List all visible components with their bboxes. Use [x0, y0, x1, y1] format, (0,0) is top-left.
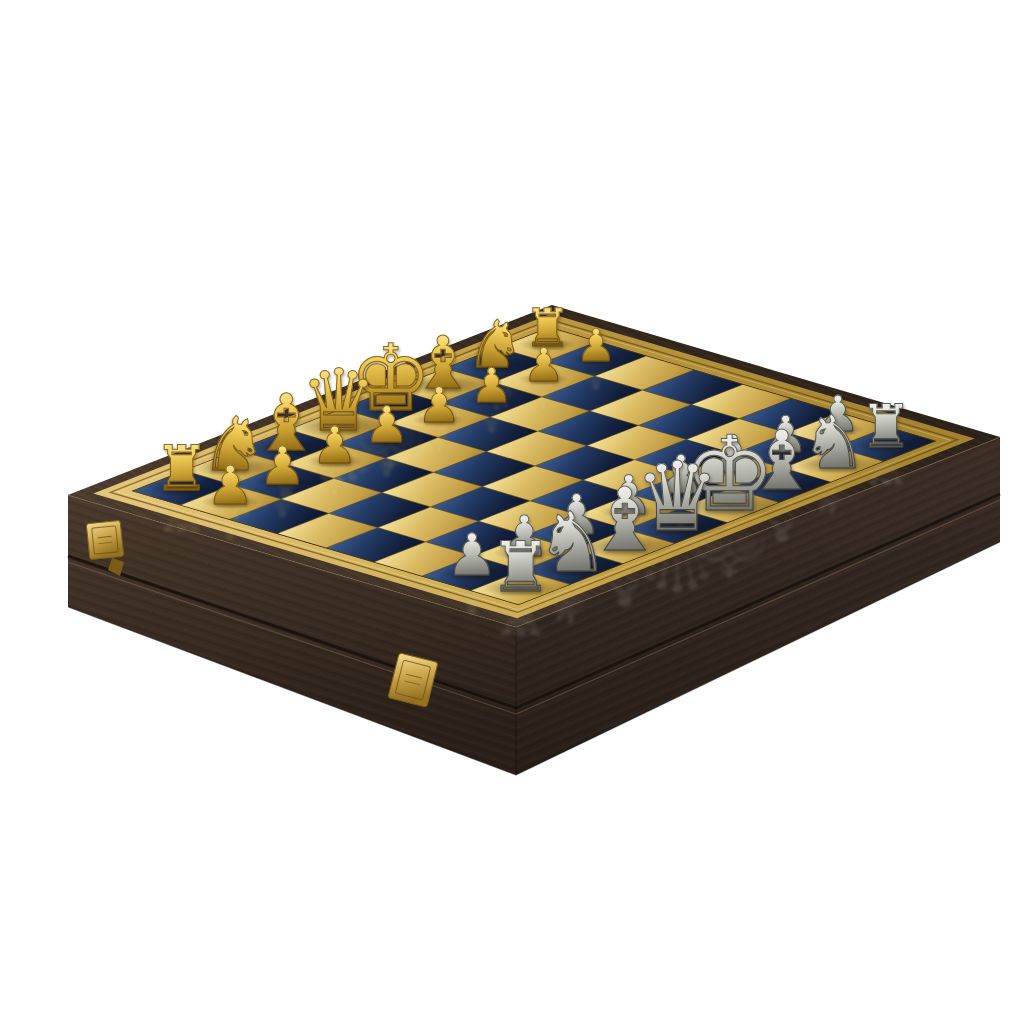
product-photo-scene: ♜♜♞♞♝♝♛♛♚♚♝♝♞♞♜♜♟♟♟♟♟♟♟♟♟♟♟♟♟♟♟♟♟♟♟♟♟♟♟♟… [0, 0, 1024, 1024]
brass-clasp-left [86, 520, 124, 559]
